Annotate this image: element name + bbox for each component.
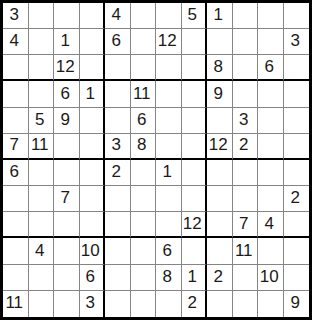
cell-r2c10[interactable] xyxy=(233,29,259,55)
given-digit: 1 xyxy=(214,6,223,23)
cell-r4c10[interactable] xyxy=(233,81,259,107)
cell-r9c12[interactable] xyxy=(284,212,310,238)
cell-r12c8[interactable]: 2 xyxy=(182,291,208,317)
cell-r12c3[interactable] xyxy=(54,291,80,317)
given-digit: 11 xyxy=(31,136,49,153)
cell-r7c12[interactable] xyxy=(284,160,310,186)
given-digit: 1 xyxy=(61,32,70,49)
cell-r8c3[interactable]: 7 xyxy=(54,186,80,212)
cell-r8c8[interactable] xyxy=(182,186,208,212)
sudoku-board: 3451416123128661119596371138122621721274… xyxy=(0,0,312,320)
cell-r1c2[interactable] xyxy=(29,3,55,29)
given-digit: 11 xyxy=(235,242,253,259)
cell-r5c5[interactable] xyxy=(105,108,131,134)
cell-r1c1[interactable]: 3 xyxy=(3,3,29,29)
cell-r6c3[interactable] xyxy=(54,134,80,160)
given-digit: 5 xyxy=(188,6,197,23)
given-digit: 4 xyxy=(265,215,274,232)
cell-r10c4[interactable]: 10 xyxy=(80,238,106,264)
cell-r1c12[interactable] xyxy=(284,3,310,29)
cell-r1c5[interactable]: 4 xyxy=(105,3,131,29)
cell-r5c9[interactable] xyxy=(207,108,233,134)
cell-r10c6[interactable] xyxy=(131,238,157,264)
given-digit: 6 xyxy=(112,32,121,49)
cell-r7c10[interactable] xyxy=(233,160,259,186)
given-digit: 3 xyxy=(291,32,300,49)
cell-r2c5[interactable]: 6 xyxy=(105,29,131,55)
cell-r3c4[interactable] xyxy=(80,55,106,81)
cell-r5c2[interactable]: 5 xyxy=(29,108,55,134)
cell-r1c7[interactable] xyxy=(156,3,182,29)
cell-r6c1[interactable]: 7 xyxy=(3,134,29,160)
given-digit: 9 xyxy=(214,85,223,102)
given-digit: 3 xyxy=(112,136,121,153)
cell-r2c3[interactable]: 1 xyxy=(54,29,80,55)
given-digit: 9 xyxy=(291,294,300,311)
cell-r7c4[interactable] xyxy=(80,160,106,186)
cell-r12c11[interactable] xyxy=(258,291,284,317)
cell-r5c10[interactable]: 3 xyxy=(233,108,259,134)
cell-r5c8[interactable] xyxy=(182,108,208,134)
cell-r1c11[interactable] xyxy=(258,3,284,29)
cell-r1c3[interactable] xyxy=(54,3,80,29)
cell-r3c12[interactable] xyxy=(284,55,310,81)
cell-r1c4[interactable] xyxy=(80,3,106,29)
cell-r9c2[interactable] xyxy=(29,212,55,238)
cell-r7c9[interactable] xyxy=(207,160,233,186)
cell-r12c5[interactable] xyxy=(105,291,131,317)
cell-r1c8[interactable]: 5 xyxy=(182,3,208,29)
cell-r2c2[interactable] xyxy=(29,29,55,55)
cell-r6c6[interactable]: 8 xyxy=(131,134,157,160)
given-digit: 7 xyxy=(10,136,19,153)
given-digit: 1 xyxy=(86,85,95,102)
cell-r6c10[interactable]: 2 xyxy=(233,134,259,160)
cell-r11c4[interactable]: 6 xyxy=(80,265,106,291)
cell-r3c5[interactable] xyxy=(105,55,131,81)
cell-r10c9[interactable] xyxy=(207,238,233,264)
given-digit: 12 xyxy=(183,215,202,232)
cell-r8c9[interactable] xyxy=(207,186,233,212)
given-digit: 6 xyxy=(86,268,95,285)
cell-r7c3[interactable] xyxy=(54,160,80,186)
cell-r11c6[interactable] xyxy=(131,265,157,291)
given-digit: 9 xyxy=(61,111,70,128)
given-digit: 2 xyxy=(214,268,223,285)
cell-r2c11[interactable] xyxy=(258,29,284,55)
cell-r3c6[interactable] xyxy=(131,55,157,81)
cell-r4c9[interactable]: 9 xyxy=(207,81,233,107)
cell-r11c3[interactable] xyxy=(54,265,80,291)
cell-r5c4[interactable] xyxy=(80,108,106,134)
cell-r9c6[interactable] xyxy=(131,212,157,238)
cell-r3c8[interactable] xyxy=(182,55,208,81)
cell-r6c8[interactable] xyxy=(182,134,208,160)
cell-r9c9[interactable] xyxy=(207,212,233,238)
cell-r8c1[interactable] xyxy=(3,186,29,212)
given-digit: 6 xyxy=(10,163,19,180)
cell-r9c8[interactable]: 12 xyxy=(182,212,208,238)
cell-r11c5[interactable] xyxy=(105,265,131,291)
given-digit: 4 xyxy=(35,242,44,259)
cell-r3c11[interactable]: 6 xyxy=(258,55,284,81)
given-digit: 1 xyxy=(188,268,197,285)
given-digit: 8 xyxy=(137,136,146,153)
cell-r10c2[interactable]: 4 xyxy=(29,238,55,264)
cell-r9c10[interactable]: 7 xyxy=(233,212,259,238)
cell-r6c11[interactable] xyxy=(258,134,284,160)
cell-r12c12[interactable]: 9 xyxy=(284,291,310,317)
cell-r10c7[interactable]: 6 xyxy=(156,238,182,264)
cell-r2c9[interactable] xyxy=(207,29,233,55)
cell-r3c3[interactable]: 12 xyxy=(54,55,80,81)
cell-r7c1[interactable]: 6 xyxy=(3,160,29,186)
given-digit: 6 xyxy=(163,242,172,259)
cell-r2c8[interactable] xyxy=(182,29,208,55)
given-digit: 2 xyxy=(112,163,121,180)
cell-r12c10[interactable] xyxy=(233,291,259,317)
cell-r11c11[interactable]: 10 xyxy=(258,265,284,291)
cell-r10c11[interactable] xyxy=(258,238,284,264)
cell-r5c12[interactable] xyxy=(284,108,310,134)
cell-r4c12[interactable] xyxy=(284,81,310,107)
cell-r2c7[interactable]: 12 xyxy=(156,29,182,55)
cell-r1c10[interactable] xyxy=(233,3,259,29)
cell-r3c10[interactable] xyxy=(233,55,259,81)
cell-r11c8[interactable]: 1 xyxy=(182,265,208,291)
cell-r10c3[interactable] xyxy=(54,238,80,264)
cell-r8c5[interactable] xyxy=(105,186,131,212)
cell-r8c2[interactable] xyxy=(29,186,55,212)
cell-r8c12[interactable]: 2 xyxy=(284,186,310,212)
cell-r2c6[interactable] xyxy=(131,29,157,55)
cell-r10c1[interactable] xyxy=(3,238,29,264)
cell-r12c4[interactable]: 3 xyxy=(80,291,106,317)
cell-r6c2[interactable]: 11 xyxy=(29,134,55,160)
given-digit: 4 xyxy=(10,32,19,49)
given-digit: 12 xyxy=(158,32,177,49)
given-digit: 6 xyxy=(137,111,146,128)
cell-r4c11[interactable] xyxy=(258,81,284,107)
cell-r4c5[interactable] xyxy=(105,81,131,107)
given-digit: 2 xyxy=(188,294,197,311)
cell-r9c11[interactable]: 4 xyxy=(258,212,284,238)
given-digit: 11 xyxy=(5,294,23,311)
given-digit: 1 xyxy=(163,163,172,180)
cell-r11c2[interactable] xyxy=(29,265,55,291)
given-digit: 7 xyxy=(239,215,248,232)
cell-r6c5[interactable]: 3 xyxy=(105,134,131,160)
cell-r11c10[interactable] xyxy=(233,265,259,291)
cell-r3c7[interactable] xyxy=(156,55,182,81)
given-digit: 2 xyxy=(239,136,248,153)
cell-r9c5[interactable] xyxy=(105,212,131,238)
cell-r6c12[interactable] xyxy=(284,134,310,160)
cell-r9c1[interactable] xyxy=(3,212,29,238)
cell-r6c7[interactable] xyxy=(156,134,182,160)
cell-r12c9[interactable] xyxy=(207,291,233,317)
cell-r2c12[interactable]: 3 xyxy=(284,29,310,55)
cell-r11c7[interactable]: 8 xyxy=(156,265,182,291)
cell-r8c6[interactable] xyxy=(131,186,157,212)
cell-r12c2[interactable] xyxy=(29,291,55,317)
cell-r4c1[interactable] xyxy=(3,81,29,107)
cell-r5c11[interactable] xyxy=(258,108,284,134)
cell-r6c4[interactable] xyxy=(80,134,106,160)
given-digit: 5 xyxy=(35,111,44,128)
cell-r1c9[interactable]: 1 xyxy=(207,3,233,29)
cell-r2c1[interactable]: 4 xyxy=(3,29,29,55)
cell-r4c4[interactable]: 1 xyxy=(80,81,106,107)
cell-r4c7[interactable] xyxy=(156,81,182,107)
given-digit: 2 xyxy=(291,189,300,206)
cell-r4c3[interactable]: 6 xyxy=(54,81,80,107)
given-digit: 8 xyxy=(163,268,172,285)
cell-r4c2[interactable] xyxy=(29,81,55,107)
cell-r10c10[interactable]: 11 xyxy=(233,238,259,264)
cell-r8c7[interactable] xyxy=(156,186,182,212)
given-digit: 6 xyxy=(61,85,70,102)
given-digit: 10 xyxy=(81,242,100,259)
cell-r7c8[interactable] xyxy=(182,160,208,186)
given-digit: 4 xyxy=(112,6,121,23)
cell-r11c12[interactable] xyxy=(284,265,310,291)
cell-r10c5[interactable] xyxy=(105,238,131,264)
given-digit: 11 xyxy=(133,85,151,102)
cell-r8c11[interactable] xyxy=(258,186,284,212)
cell-r11c1[interactable] xyxy=(3,265,29,291)
given-digit: 12 xyxy=(209,136,228,153)
cell-r5c3[interactable]: 9 xyxy=(54,108,80,134)
cell-r1c6[interactable] xyxy=(131,3,157,29)
cell-r9c4[interactable] xyxy=(80,212,106,238)
given-digit: 8 xyxy=(214,58,223,75)
cell-r7c5[interactable]: 2 xyxy=(105,160,131,186)
cell-r7c7[interactable]: 1 xyxy=(156,160,182,186)
cell-r5c7[interactable] xyxy=(156,108,182,134)
cell-r5c6[interactable]: 6 xyxy=(131,108,157,134)
given-digit: 3 xyxy=(86,294,95,311)
given-digit: 3 xyxy=(239,111,248,128)
cell-r12c7[interactable] xyxy=(156,291,182,317)
cell-r3c1[interactable] xyxy=(3,55,29,81)
given-digit: 10 xyxy=(260,268,279,285)
given-digit: 3 xyxy=(10,6,19,23)
cell-r4c6[interactable]: 11 xyxy=(131,81,157,107)
cell-r12c6[interactable] xyxy=(131,291,157,317)
cell-r8c4[interactable] xyxy=(80,186,106,212)
cell-r11c9[interactable]: 2 xyxy=(207,265,233,291)
cell-r5c1[interactable] xyxy=(3,108,29,134)
cell-r6c9[interactable]: 12 xyxy=(207,134,233,160)
cell-r2c4[interactable] xyxy=(80,29,106,55)
cell-r8c10[interactable] xyxy=(233,186,259,212)
cell-r12c1[interactable]: 11 xyxy=(3,291,29,317)
cell-r9c7[interactable] xyxy=(156,212,182,238)
cell-r7c6[interactable] xyxy=(131,160,157,186)
cell-r4c8[interactable] xyxy=(182,81,208,107)
given-digit: 12 xyxy=(56,58,75,75)
cell-r10c12[interactable] xyxy=(284,238,310,264)
cell-r7c11[interactable] xyxy=(258,160,284,186)
cell-r3c2[interactable] xyxy=(29,55,55,81)
cell-r3c9[interactable]: 8 xyxy=(207,55,233,81)
given-digit: 6 xyxy=(265,58,274,75)
cell-r10c8[interactable] xyxy=(182,238,208,264)
given-digit: 7 xyxy=(61,189,70,206)
cell-r9c3[interactable] xyxy=(54,212,80,238)
cell-r7c2[interactable] xyxy=(29,160,55,186)
